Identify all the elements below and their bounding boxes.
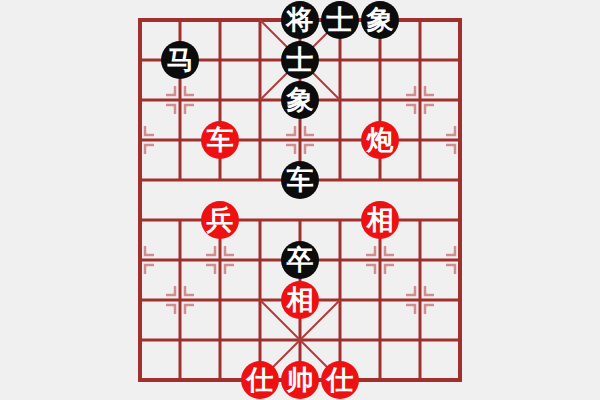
piece-red-chariot[interactable]: 车 bbox=[201, 121, 239, 159]
piece-glyph: 象 bbox=[367, 6, 394, 33]
piece-glyph: 仕 bbox=[327, 366, 354, 393]
xiangqi-board: 将士象马士象车炮车兵相卒相仕帅仕 bbox=[0, 0, 600, 400]
piece-glyph: 帅 bbox=[287, 366, 314, 393]
piece-glyph: 相 bbox=[367, 206, 394, 233]
piece-glyph: 仕 bbox=[247, 366, 274, 393]
piece-black-soldier[interactable]: 卒 bbox=[281, 241, 319, 279]
piece-glyph: 车 bbox=[207, 126, 234, 153]
piece-red-general[interactable]: 帅 bbox=[281, 361, 319, 399]
piece-red-elephant[interactable]: 相 bbox=[281, 281, 319, 319]
piece-black-general[interactable]: 将 bbox=[281, 1, 319, 39]
piece-glyph: 马 bbox=[167, 46, 194, 73]
piece-black-advisor[interactable]: 士 bbox=[281, 41, 319, 79]
piece-glyph: 将 bbox=[287, 6, 314, 33]
piece-glyph: 象 bbox=[287, 86, 314, 113]
piece-glyph: 士 bbox=[287, 46, 314, 73]
piece-red-advisor[interactable]: 仕 bbox=[241, 361, 279, 399]
piece-black-elephant[interactable]: 象 bbox=[281, 81, 319, 119]
piece-glyph: 士 bbox=[327, 6, 354, 33]
piece-black-chariot[interactable]: 车 bbox=[281, 161, 319, 199]
piece-glyph: 卒 bbox=[287, 246, 314, 273]
piece-glyph: 兵 bbox=[207, 206, 234, 233]
piece-black-advisor[interactable]: 士 bbox=[321, 1, 359, 39]
pieces-layer: 将士象马士象车炮车兵相卒相仕帅仕 bbox=[0, 0, 600, 400]
piece-red-soldier[interactable]: 兵 bbox=[201, 201, 239, 239]
piece-glyph: 车 bbox=[287, 166, 314, 193]
piece-red-cannon[interactable]: 炮 bbox=[361, 121, 399, 159]
piece-glyph: 炮 bbox=[367, 126, 394, 153]
piece-black-elephant[interactable]: 象 bbox=[361, 1, 399, 39]
piece-red-advisor[interactable]: 仕 bbox=[321, 361, 359, 399]
piece-black-horse[interactable]: 马 bbox=[161, 41, 199, 79]
piece-red-elephant[interactable]: 相 bbox=[361, 201, 399, 239]
piece-glyph: 相 bbox=[287, 286, 314, 313]
